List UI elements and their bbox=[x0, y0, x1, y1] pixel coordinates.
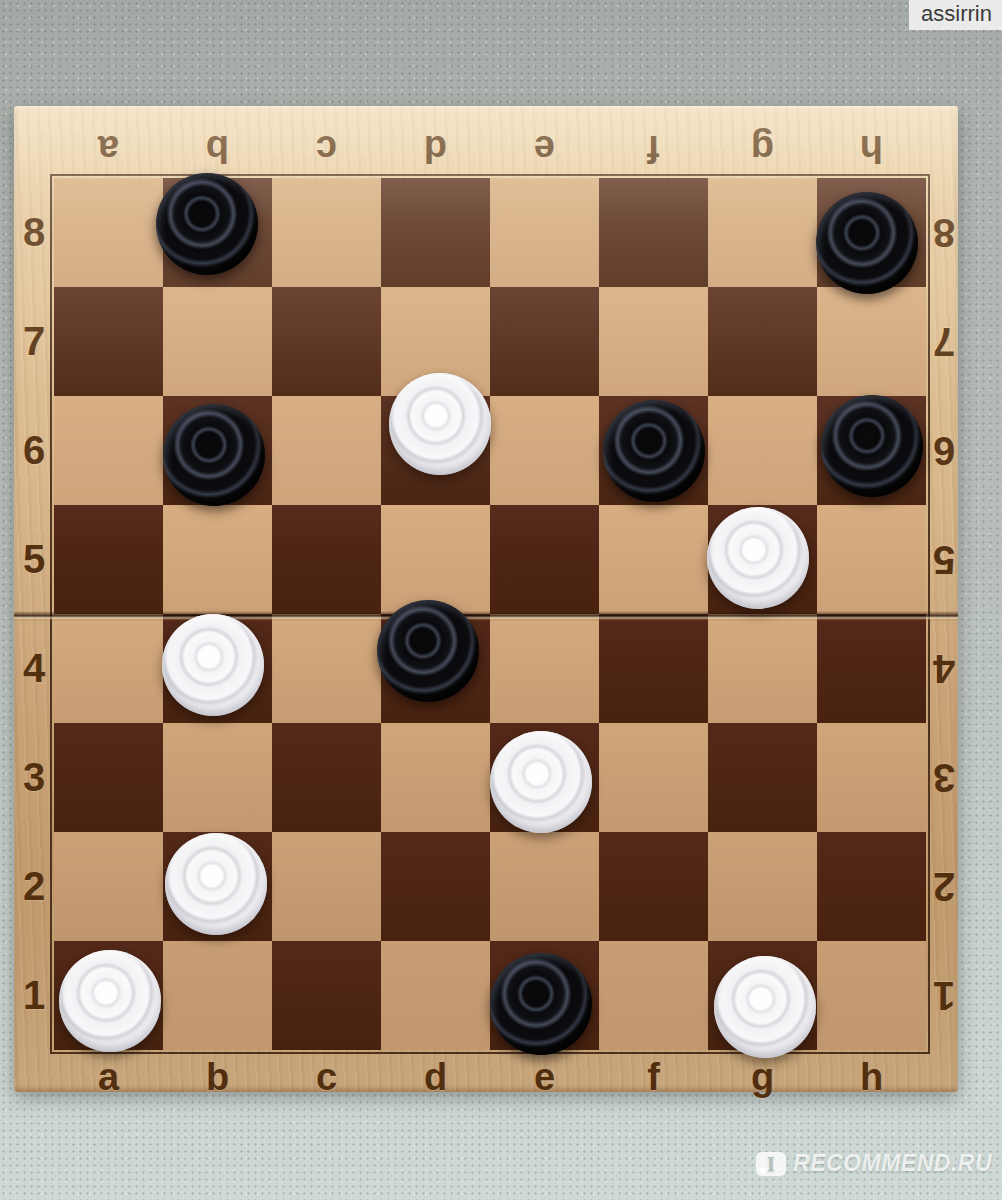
square-h5[interactable] bbox=[817, 505, 926, 614]
square-h7[interactable] bbox=[817, 287, 926, 396]
square-d8[interactable] bbox=[381, 178, 490, 287]
square-g2[interactable] bbox=[708, 832, 817, 941]
square-b7[interactable] bbox=[163, 287, 272, 396]
photo-canvas: { "game": "Russian checkers (shashki) — … bbox=[0, 0, 1002, 1200]
square-b5[interactable] bbox=[163, 505, 272, 614]
rank-label-left-8: 8 bbox=[16, 178, 52, 287]
file-label-bottom-c: c bbox=[272, 1054, 381, 1100]
file-label-top-c: c bbox=[272, 126, 381, 172]
black-checker-b6[interactable] bbox=[163, 404, 265, 506]
square-g7[interactable] bbox=[708, 287, 817, 396]
board-grid bbox=[54, 178, 926, 1050]
black-checker-b8[interactable] bbox=[156, 173, 258, 275]
file-label-bottom-b: b bbox=[163, 1054, 272, 1100]
file-label-bottom-d: d bbox=[381, 1054, 490, 1100]
rank-label-left-5: 5 bbox=[16, 505, 52, 614]
rank-label-left-7: 7 bbox=[16, 287, 52, 396]
file-label-bottom-f: f bbox=[599, 1054, 708, 1100]
rank-label-left-6: 6 bbox=[16, 396, 52, 505]
white-checker-g1[interactable] bbox=[714, 956, 816, 1058]
square-b3[interactable] bbox=[163, 723, 272, 832]
square-f8[interactable] bbox=[599, 178, 708, 287]
file-label-bottom-e: e bbox=[490, 1054, 599, 1100]
rank-label-right-5: 5 bbox=[926, 505, 962, 614]
square-c5[interactable] bbox=[272, 505, 381, 614]
square-a6[interactable] bbox=[54, 396, 163, 505]
white-checker-d6[interactable] bbox=[389, 373, 491, 475]
square-h3[interactable] bbox=[817, 723, 926, 832]
white-checker-e3[interactable] bbox=[490, 731, 592, 833]
square-c4[interactable] bbox=[272, 614, 381, 723]
square-e7[interactable] bbox=[490, 287, 599, 396]
rank-labels-right: 87654321 bbox=[926, 178, 962, 1050]
rank-label-right-6: 6 bbox=[926, 396, 962, 505]
file-label-bottom-a: a bbox=[54, 1054, 163, 1100]
rank-label-right-8: 8 bbox=[926, 178, 962, 287]
square-e4[interactable] bbox=[490, 614, 599, 723]
rank-label-left-1: 1 bbox=[16, 941, 52, 1050]
rank-label-left-2: 2 bbox=[16, 832, 52, 941]
square-d1[interactable] bbox=[381, 941, 490, 1050]
square-e2[interactable] bbox=[490, 832, 599, 941]
square-c8[interactable] bbox=[272, 178, 381, 287]
square-g3[interactable] bbox=[708, 723, 817, 832]
speech-bubble-i-icon: I bbox=[756, 1152, 786, 1176]
square-a4[interactable] bbox=[54, 614, 163, 723]
file-labels-top: abcdefgh bbox=[54, 126, 926, 172]
square-a3[interactable] bbox=[54, 723, 163, 832]
square-h1[interactable] bbox=[817, 941, 926, 1050]
black-checker-f6[interactable] bbox=[603, 400, 705, 502]
rank-label-right-7: 7 bbox=[926, 287, 962, 396]
file-label-top-e: e bbox=[490, 126, 599, 172]
rank-label-right-3: 3 bbox=[926, 723, 962, 832]
watermark-bottom-right: I RECOMMEND.RU bbox=[756, 1150, 992, 1177]
square-f3[interactable] bbox=[599, 723, 708, 832]
square-e6[interactable] bbox=[490, 396, 599, 505]
file-label-top-d: d bbox=[381, 126, 490, 172]
square-f2[interactable] bbox=[599, 832, 708, 941]
file-label-top-a: a bbox=[54, 126, 163, 172]
watermark-site-name: RECOMMEND.RU bbox=[793, 1150, 992, 1177]
square-h2[interactable] bbox=[817, 832, 926, 941]
square-f4[interactable] bbox=[599, 614, 708, 723]
square-a2[interactable] bbox=[54, 832, 163, 941]
white-checker-a1[interactable] bbox=[59, 950, 161, 1052]
square-a7[interactable] bbox=[54, 287, 163, 396]
square-c6[interactable] bbox=[272, 396, 381, 505]
square-f5[interactable] bbox=[599, 505, 708, 614]
square-h4[interactable] bbox=[817, 614, 926, 723]
file-label-top-b: b bbox=[163, 126, 272, 172]
black-checker-h6[interactable] bbox=[821, 395, 923, 497]
square-c2[interactable] bbox=[272, 832, 381, 941]
white-checker-g5[interactable] bbox=[707, 507, 809, 609]
black-checker-d4[interactable] bbox=[377, 600, 479, 702]
square-g6[interactable] bbox=[708, 396, 817, 505]
checkers-board: abcdefgh 87654321 87654321 abcdefgh bbox=[14, 106, 958, 1092]
black-checker-e1[interactable] bbox=[490, 953, 592, 1055]
square-c3[interactable] bbox=[272, 723, 381, 832]
square-e5[interactable] bbox=[490, 505, 599, 614]
square-c1[interactable] bbox=[272, 941, 381, 1050]
square-a8[interactable] bbox=[54, 178, 163, 287]
square-d5[interactable] bbox=[381, 505, 490, 614]
white-checker-b2[interactable] bbox=[165, 833, 267, 935]
white-checker-b4[interactable] bbox=[162, 614, 264, 716]
rank-label-left-3: 3 bbox=[16, 723, 52, 832]
black-checker-h8[interactable] bbox=[816, 192, 918, 294]
square-f7[interactable] bbox=[599, 287, 708, 396]
square-g8[interactable] bbox=[708, 178, 817, 287]
square-b1[interactable] bbox=[163, 941, 272, 1050]
file-label-top-h: h bbox=[817, 126, 926, 172]
square-f1[interactable] bbox=[599, 941, 708, 1050]
square-d3[interactable] bbox=[381, 723, 490, 832]
square-e8[interactable] bbox=[490, 178, 599, 287]
square-d2[interactable] bbox=[381, 832, 490, 941]
file-label-top-f: f bbox=[599, 126, 708, 172]
rank-label-left-4: 4 bbox=[16, 614, 52, 723]
square-g4[interactable] bbox=[708, 614, 817, 723]
rank-label-right-1: 1 bbox=[926, 941, 962, 1050]
rank-labels-left: 87654321 bbox=[16, 178, 52, 1050]
file-label-top-g: g bbox=[708, 126, 817, 172]
file-labels-bottom: abcdefgh bbox=[54, 1054, 926, 1100]
file-label-bottom-g: g bbox=[708, 1054, 817, 1100]
rank-label-right-2: 2 bbox=[926, 832, 962, 941]
square-c7[interactable] bbox=[272, 287, 381, 396]
rank-label-right-4: 4 bbox=[926, 614, 962, 723]
watermark-top-right: assirrin bbox=[909, 0, 1002, 30]
square-a5[interactable] bbox=[54, 505, 163, 614]
file-label-bottom-h: h bbox=[817, 1054, 926, 1100]
